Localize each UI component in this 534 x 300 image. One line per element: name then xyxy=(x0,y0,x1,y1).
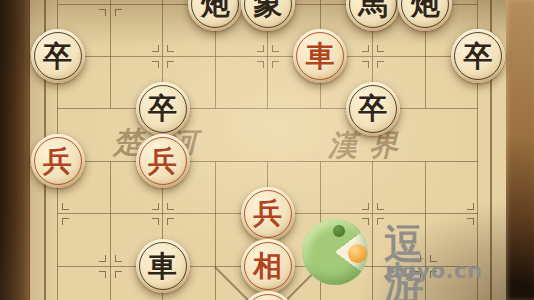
position-marker xyxy=(377,203,384,210)
position-marker xyxy=(377,61,384,68)
position-marker xyxy=(257,45,264,52)
position-marker xyxy=(152,45,159,52)
piece-black-soldier[interactable]: 卒 xyxy=(31,29,85,83)
position-marker xyxy=(272,45,279,52)
wood-frame-left xyxy=(0,0,30,300)
position-marker xyxy=(152,218,159,225)
position-marker xyxy=(377,218,384,225)
piece-label: 象 xyxy=(241,0,295,31)
piece-red-chariot[interactable]: 車 xyxy=(293,29,347,83)
position-marker xyxy=(152,61,159,68)
piece-label: 兵 xyxy=(241,187,295,241)
piece-label: 卒 xyxy=(346,82,400,136)
board-line xyxy=(320,161,321,300)
position-marker xyxy=(115,9,122,16)
position-marker xyxy=(115,255,122,262)
position-marker xyxy=(467,218,474,225)
piece-label: 車 xyxy=(136,239,190,293)
position-marker xyxy=(62,203,69,210)
piece-label: 卒 xyxy=(136,82,190,136)
piece-red-soldier[interactable]: 兵 xyxy=(31,134,85,188)
position-marker xyxy=(272,61,279,68)
position-marker xyxy=(362,45,369,52)
position-marker xyxy=(167,61,174,68)
piece-black-chariot[interactable]: 車 xyxy=(136,239,190,293)
position-marker xyxy=(99,271,106,278)
position-marker xyxy=(167,218,174,225)
position-marker xyxy=(167,45,174,52)
position-marker xyxy=(362,61,369,68)
position-marker xyxy=(99,9,106,16)
board-line xyxy=(110,161,111,300)
position-marker xyxy=(414,255,421,262)
piece-label: 兵 xyxy=(31,134,85,188)
piece-label: 炮 xyxy=(398,0,452,31)
piece-black-soldier[interactable]: 卒 xyxy=(451,29,505,83)
piece-red-elephant[interactable]: 相 xyxy=(241,239,295,293)
piece-unknown-piece-partial[interactable] xyxy=(241,291,295,300)
xiangqi-board[interactable]: 楚河 漢界 炮象馬炮卒車卒卒卒兵兵兵車相 逗游 doyo.cn xyxy=(0,0,534,300)
position-marker xyxy=(362,203,369,210)
piece-black-cannon[interactable]: 炮 xyxy=(398,0,452,31)
piece-label: 兵 xyxy=(136,134,190,188)
piece-black-soldier[interactable]: 卒 xyxy=(136,82,190,136)
piece-label: 卒 xyxy=(451,29,505,83)
board-line xyxy=(372,161,373,300)
position-marker xyxy=(467,203,474,210)
piece-black-horse[interactable]: 馬 xyxy=(346,0,400,31)
piece-black-elephant[interactable]: 象 xyxy=(241,0,295,31)
piece-label: 相 xyxy=(241,239,295,293)
piece-label xyxy=(241,291,295,300)
position-marker xyxy=(414,271,421,278)
board-line xyxy=(215,161,216,300)
wood-frame-right xyxy=(506,0,534,300)
position-marker xyxy=(167,203,174,210)
piece-black-soldier[interactable]: 卒 xyxy=(346,82,400,136)
position-marker xyxy=(430,271,437,278)
piece-red-soldier[interactable]: 兵 xyxy=(136,134,190,188)
piece-label: 馬 xyxy=(346,0,400,31)
piece-label: 炮 xyxy=(188,0,242,31)
piece-label: 車 xyxy=(293,29,347,83)
logo-eye-icon xyxy=(333,225,345,237)
position-marker xyxy=(377,45,384,52)
board-line xyxy=(110,0,111,109)
position-marker xyxy=(99,255,106,262)
piece-red-soldier[interactable]: 兵 xyxy=(241,187,295,241)
position-marker xyxy=(257,61,264,68)
position-marker xyxy=(62,218,69,225)
watermark-brand: 逗游 xyxy=(384,224,427,300)
piece-black-cannon[interactable]: 炮 xyxy=(188,0,242,31)
piece-label: 卒 xyxy=(31,29,85,83)
position-marker xyxy=(115,271,122,278)
position-marker xyxy=(362,218,369,225)
logo-ball-icon xyxy=(348,244,367,263)
position-marker xyxy=(430,255,437,262)
board-line xyxy=(425,161,426,300)
position-marker xyxy=(152,203,159,210)
